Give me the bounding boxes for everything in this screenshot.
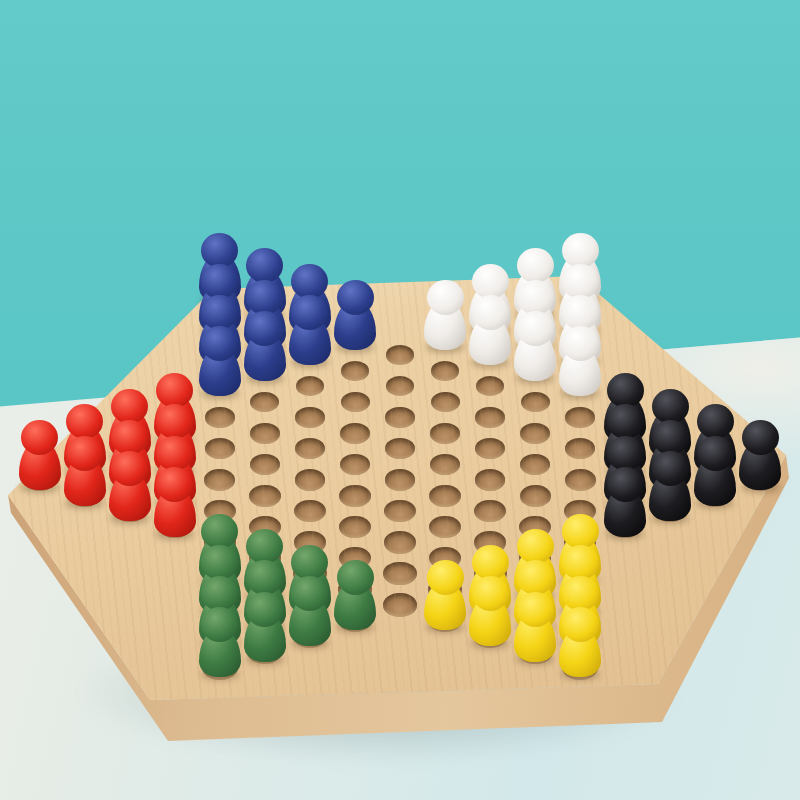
peg-green[interactable] [244, 592, 286, 662]
peg-head [337, 280, 374, 315]
peg-blue[interactable] [199, 326, 241, 396]
peg-head [697, 404, 734, 439]
peg-black[interactable] [694, 436, 736, 506]
peg-yellow[interactable] [424, 560, 466, 630]
peg-head [562, 607, 599, 642]
peg-head [517, 280, 554, 315]
peg-head [607, 467, 644, 502]
peg-head [562, 264, 599, 299]
peg-head [607, 373, 644, 408]
peg-head [607, 404, 644, 439]
peg-red[interactable] [109, 451, 151, 521]
peg-head [472, 295, 509, 330]
peg-head [562, 576, 599, 611]
peg-red[interactable] [64, 436, 106, 506]
peg-head [201, 233, 238, 268]
chinese-checkers-scene [0, 0, 800, 800]
peg-head [291, 545, 328, 580]
peg-green[interactable] [199, 607, 241, 677]
peg-blue[interactable] [334, 280, 376, 350]
peg-head [246, 280, 283, 315]
peg-head [201, 545, 238, 580]
peg-head [517, 311, 554, 346]
peg-head [201, 514, 238, 549]
peg-head [562, 545, 599, 580]
peg-white[interactable] [424, 280, 466, 350]
peg-head [66, 436, 103, 471]
peg-head [517, 592, 554, 627]
peg-head [472, 576, 509, 611]
peg-head [472, 545, 509, 580]
peg-white[interactable] [514, 311, 556, 381]
peg-head [562, 295, 599, 330]
peg-yellow[interactable] [469, 576, 511, 646]
peg-black[interactable] [739, 420, 781, 490]
peg-head [156, 436, 193, 471]
peg-head [21, 420, 58, 455]
peg-red[interactable] [154, 467, 196, 537]
peg-yellow[interactable] [559, 607, 601, 677]
peg-head [517, 529, 554, 564]
peg-head [337, 560, 374, 595]
peg-head [652, 451, 689, 486]
peg-head [697, 436, 734, 471]
peg-head [517, 560, 554, 595]
peg-yellow[interactable] [514, 592, 556, 662]
peg-red[interactable] [19, 420, 61, 490]
peg-head [472, 264, 509, 299]
peg-head [607, 436, 644, 471]
peg-head [562, 233, 599, 268]
peg-head [652, 420, 689, 455]
peg-head [517, 248, 554, 283]
peg-head [246, 311, 283, 346]
peg-head [111, 389, 148, 424]
peg-white[interactable] [469, 295, 511, 365]
peg-head [562, 514, 599, 549]
peg-black[interactable] [604, 467, 646, 537]
peg-head [246, 592, 283, 627]
peg-head [742, 420, 779, 455]
peg-green[interactable] [334, 560, 376, 630]
peg-head [652, 389, 689, 424]
peg-head [156, 467, 193, 502]
peg-blue[interactable] [244, 311, 286, 381]
peg-blue[interactable] [289, 295, 331, 365]
peg-white[interactable] [559, 326, 601, 396]
peg-head [562, 326, 599, 361]
peg-layer [0, 0, 800, 800]
peg-green[interactable] [289, 576, 331, 646]
peg-head [427, 280, 464, 315]
peg-head [427, 560, 464, 595]
peg-black[interactable] [649, 451, 691, 521]
